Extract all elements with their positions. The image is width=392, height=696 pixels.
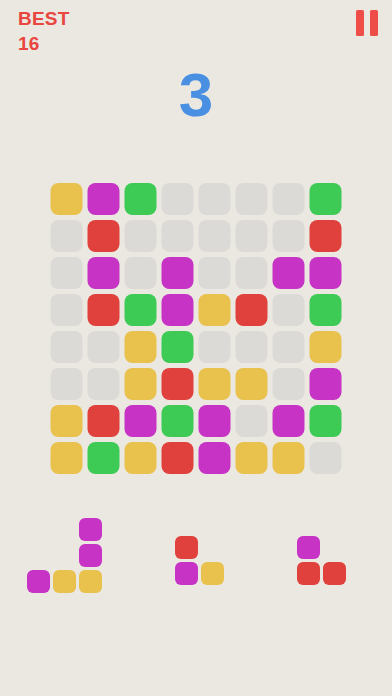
board-cell-empty[interactable] xyxy=(51,257,83,289)
piece-cell-magenta[interactable] xyxy=(27,570,50,593)
board-cell-empty[interactable] xyxy=(273,368,305,400)
board-cell-green[interactable] xyxy=(125,183,157,215)
current-score: 3 xyxy=(0,64,392,126)
board-cell-green[interactable] xyxy=(125,294,157,326)
board-cell-magenta[interactable] xyxy=(199,442,231,474)
best-value: 16 xyxy=(18,31,69,56)
board-cell-red[interactable] xyxy=(310,220,342,252)
board-cell-yellow[interactable] xyxy=(199,368,231,400)
board-cell-green[interactable] xyxy=(88,442,120,474)
board-cell-yellow[interactable] xyxy=(310,331,342,363)
board-cell-red[interactable] xyxy=(88,220,120,252)
piece-cell-magenta[interactable] xyxy=(79,518,102,541)
board-cell-yellow[interactable] xyxy=(51,405,83,437)
board-cell-magenta[interactable] xyxy=(88,183,120,215)
board-cell-red[interactable] xyxy=(88,294,120,326)
board-cell-green[interactable] xyxy=(310,294,342,326)
board-cell-magenta[interactable] xyxy=(162,257,194,289)
best-label: BEST xyxy=(18,6,69,31)
game-board[interactable] xyxy=(51,183,342,474)
board-cell-empty[interactable] xyxy=(273,331,305,363)
board-cell-empty[interactable] xyxy=(199,183,231,215)
piece-cell-red[interactable] xyxy=(175,536,198,559)
piece-cell-yellow[interactable] xyxy=(53,570,76,593)
board-cell-yellow[interactable] xyxy=(125,331,157,363)
board-cell-green[interactable] xyxy=(162,331,194,363)
board-cell-empty[interactable] xyxy=(310,442,342,474)
board-cell-empty[interactable] xyxy=(273,183,305,215)
board-cell-magenta[interactable] xyxy=(199,405,231,437)
piece-cell-magenta[interactable] xyxy=(79,544,102,567)
board-cell-empty[interactable] xyxy=(236,257,268,289)
pause-icon xyxy=(370,10,378,36)
board-cell-yellow[interactable] xyxy=(273,442,305,474)
board-cell-empty[interactable] xyxy=(88,368,120,400)
board-cell-magenta[interactable] xyxy=(162,294,194,326)
board-cell-magenta[interactable] xyxy=(273,405,305,437)
board-cell-empty[interactable] xyxy=(273,220,305,252)
board-cell-empty[interactable] xyxy=(199,331,231,363)
piece-cell-magenta[interactable] xyxy=(175,562,198,585)
board-cell-green[interactable] xyxy=(310,183,342,215)
board-cell-empty[interactable] xyxy=(236,183,268,215)
board-cell-empty[interactable] xyxy=(199,257,231,289)
board-cell-empty[interactable] xyxy=(88,331,120,363)
piece-cell-red[interactable] xyxy=(323,562,346,585)
game-screen: BEST 16 3 xyxy=(0,0,392,696)
board-cell-empty[interactable] xyxy=(162,183,194,215)
board-cell-red[interactable] xyxy=(162,442,194,474)
board-cell-magenta[interactable] xyxy=(88,257,120,289)
board-cell-empty[interactable] xyxy=(236,331,268,363)
board-cell-empty[interactable] xyxy=(199,220,231,252)
board-cell-empty[interactable] xyxy=(236,405,268,437)
board-cell-green[interactable] xyxy=(162,405,194,437)
board-cell-empty[interactable] xyxy=(236,220,268,252)
board-cell-yellow[interactable] xyxy=(51,442,83,474)
piece-cell-yellow[interactable] xyxy=(79,570,102,593)
board-cell-empty[interactable] xyxy=(51,331,83,363)
board-cell-empty[interactable] xyxy=(125,257,157,289)
board-cell-green[interactable] xyxy=(310,405,342,437)
board-cell-red[interactable] xyxy=(88,405,120,437)
board-cell-yellow[interactable] xyxy=(125,442,157,474)
pause-icon xyxy=(356,10,364,36)
piece-tray-2[interactable] xyxy=(175,536,224,585)
board-cell-yellow[interactable] xyxy=(236,368,268,400)
board-cell-empty[interactable] xyxy=(125,220,157,252)
board-cell-magenta[interactable] xyxy=(125,405,157,437)
piece-cell-magenta[interactable] xyxy=(297,536,320,559)
board-cell-red[interactable] xyxy=(162,368,194,400)
board-cell-magenta[interactable] xyxy=(310,257,342,289)
pause-button[interactable] xyxy=(354,8,380,38)
board-cell-yellow[interactable] xyxy=(236,442,268,474)
board-cell-empty[interactable] xyxy=(273,294,305,326)
piece-tray-1[interactable] xyxy=(27,518,102,593)
board-cell-empty[interactable] xyxy=(51,294,83,326)
board-cell-magenta[interactable] xyxy=(273,257,305,289)
board-cell-empty[interactable] xyxy=(51,368,83,400)
board-cell-yellow[interactable] xyxy=(199,294,231,326)
board-cell-empty[interactable] xyxy=(162,220,194,252)
board-cell-empty[interactable] xyxy=(51,220,83,252)
board-cell-magenta[interactable] xyxy=(310,368,342,400)
board-cell-yellow[interactable] xyxy=(125,368,157,400)
board-cell-yellow[interactable] xyxy=(51,183,83,215)
piece-cell-red[interactable] xyxy=(297,562,320,585)
best-score-block: BEST 16 xyxy=(18,6,69,56)
piece-cell-yellow[interactable] xyxy=(201,562,224,585)
board-cell-red[interactable] xyxy=(236,294,268,326)
piece-tray-3[interactable] xyxy=(297,536,346,585)
